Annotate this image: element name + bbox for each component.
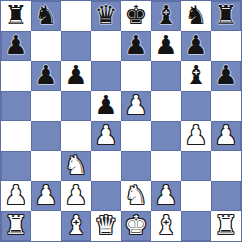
square-a1[interactable]: ♜	[1, 211, 31, 241]
square-f4[interactable]	[151, 121, 181, 151]
square-g4[interactable]: ♟	[181, 121, 211, 151]
square-e8[interactable]: ♚	[121, 1, 151, 31]
black-rook: ♜	[4, 2, 27, 28]
black-pawn: ♟	[184, 32, 207, 58]
black-pawn: ♟	[4, 32, 27, 58]
white-bishop: ♝	[64, 212, 87, 238]
square-f3[interactable]	[151, 151, 181, 181]
square-c6[interactable]: ♟	[61, 61, 91, 91]
square-h5[interactable]	[211, 91, 241, 121]
white-pawn: ♟	[214, 122, 237, 148]
square-d7[interactable]	[91, 31, 121, 61]
black-rook: ♜	[214, 2, 237, 28]
square-b8[interactable]: ♞	[31, 1, 61, 31]
square-c2[interactable]: ♟	[61, 181, 91, 211]
black-pawn: ♟	[214, 62, 237, 88]
square-b5[interactable]	[31, 91, 61, 121]
square-b4[interactable]	[31, 121, 61, 151]
square-b7[interactable]	[31, 31, 61, 61]
white-pawn: ♟	[64, 182, 87, 208]
chess-board: ♜♞♛♚♝♞♜♟♟♟♟♟♟♝♟♟♟♟♟♟♞♟♟♟♞♟♜♝♛♚♝♜	[0, 0, 242, 242]
square-f1[interactable]: ♝	[151, 211, 181, 241]
square-d3[interactable]	[91, 151, 121, 181]
square-a3[interactable]	[1, 151, 31, 181]
black-pawn: ♟	[94, 92, 117, 118]
square-e3[interactable]	[121, 151, 151, 181]
square-e6[interactable]	[121, 61, 151, 91]
white-knight: ♞	[124, 182, 147, 208]
square-g8[interactable]: ♞	[181, 1, 211, 31]
white-pawn: ♟	[94, 122, 117, 148]
square-d6[interactable]	[91, 61, 121, 91]
square-c8[interactable]	[61, 1, 91, 31]
square-b3[interactable]	[31, 151, 61, 181]
square-c1[interactable]: ♝	[61, 211, 91, 241]
square-f7[interactable]: ♟	[151, 31, 181, 61]
black-queen: ♛	[94, 2, 117, 28]
square-h7[interactable]	[211, 31, 241, 61]
white-pawn: ♟	[34, 182, 57, 208]
square-f8[interactable]: ♝	[151, 1, 181, 31]
square-h6[interactable]: ♟	[211, 61, 241, 91]
square-h4[interactable]: ♟	[211, 121, 241, 151]
square-f2[interactable]: ♟	[151, 181, 181, 211]
white-rook: ♜	[4, 212, 27, 238]
square-h2[interactable]	[211, 181, 241, 211]
square-a4[interactable]	[1, 121, 31, 151]
black-pawn: ♟	[154, 32, 177, 58]
black-bishop: ♝	[154, 2, 177, 28]
black-knight: ♞	[184, 2, 207, 28]
square-e2[interactable]: ♞	[121, 181, 151, 211]
black-pawn: ♟	[34, 62, 57, 88]
square-b2[interactable]: ♟	[31, 181, 61, 211]
white-rook: ♜	[214, 212, 237, 238]
white-king: ♚	[124, 212, 147, 238]
white-knight: ♞	[64, 152, 87, 178]
square-b1[interactable]	[31, 211, 61, 241]
square-e1[interactable]: ♚	[121, 211, 151, 241]
square-e7[interactable]: ♟	[121, 31, 151, 61]
black-king: ♚	[124, 2, 147, 28]
black-pawn: ♟	[64, 62, 87, 88]
square-a2[interactable]: ♟	[1, 181, 31, 211]
square-d2[interactable]	[91, 181, 121, 211]
square-d5[interactable]: ♟	[91, 91, 121, 121]
square-c7[interactable]	[61, 31, 91, 61]
square-f5[interactable]	[151, 91, 181, 121]
black-bishop: ♝	[184, 62, 207, 88]
square-c4[interactable]	[61, 121, 91, 151]
square-d4[interactable]: ♟	[91, 121, 121, 151]
white-pawn: ♟	[124, 92, 147, 118]
square-c5[interactable]	[61, 91, 91, 121]
square-h8[interactable]: ♜	[211, 1, 241, 31]
square-e5[interactable]: ♟	[121, 91, 151, 121]
black-pawn: ♟	[124, 32, 147, 58]
square-a8[interactable]: ♜	[1, 1, 31, 31]
square-e4[interactable]	[121, 121, 151, 151]
square-d8[interactable]: ♛	[91, 1, 121, 31]
white-bishop: ♝	[154, 212, 177, 238]
square-f6[interactable]	[151, 61, 181, 91]
square-h3[interactable]	[211, 151, 241, 181]
square-g1[interactable]	[181, 211, 211, 241]
square-d1[interactable]: ♛	[91, 211, 121, 241]
square-a7[interactable]: ♟	[1, 31, 31, 61]
square-g5[interactable]	[181, 91, 211, 121]
square-a5[interactable]	[1, 91, 31, 121]
square-g7[interactable]: ♟	[181, 31, 211, 61]
square-g2[interactable]	[181, 181, 211, 211]
white-queen: ♛	[94, 212, 117, 238]
white-pawn: ♟	[184, 122, 207, 148]
black-knight: ♞	[34, 2, 57, 28]
square-h1[interactable]: ♜	[211, 211, 241, 241]
square-a6[interactable]	[1, 61, 31, 91]
square-b6[interactable]: ♟	[31, 61, 61, 91]
white-pawn: ♟	[154, 182, 177, 208]
square-c3[interactable]: ♞	[61, 151, 91, 181]
white-pawn: ♟	[4, 182, 27, 208]
square-g6[interactable]: ♝	[181, 61, 211, 91]
square-g3[interactable]	[181, 151, 211, 181]
